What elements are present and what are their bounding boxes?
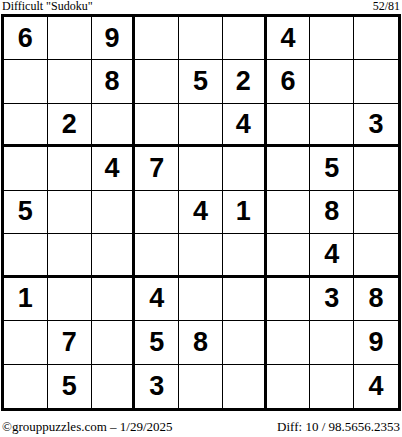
cell-r7c1: 1 — [4, 278, 48, 321]
cell-r3c7[interactable] — [267, 104, 311, 147]
cell-r9c4: 3 — [135, 365, 179, 408]
cell-r7c8: 3 — [310, 278, 354, 321]
cell-r7c3[interactable] — [92, 278, 136, 321]
cell-r6c3[interactable] — [92, 234, 136, 277]
cell-r2c9[interactable] — [354, 60, 398, 103]
puzzle-title: Difficult "Sudoku" — [2, 0, 93, 12]
cell-r4c1[interactable] — [4, 147, 48, 190]
cell-r9c8[interactable] — [310, 365, 354, 408]
cell-r3c2: 2 — [48, 104, 92, 147]
cell-r7c4: 4 — [135, 278, 179, 321]
cell-r8c5: 8 — [179, 321, 223, 364]
cell-r3c5[interactable] — [179, 104, 223, 147]
cell-r5c2[interactable] — [48, 191, 92, 234]
cell-r5c8: 8 — [310, 191, 354, 234]
cell-r5c4[interactable] — [135, 191, 179, 234]
cell-r1c2[interactable] — [48, 17, 92, 60]
cell-r8c4: 5 — [135, 321, 179, 364]
cell-r2c4[interactable] — [135, 60, 179, 103]
cell-r4c4: 7 — [135, 147, 179, 190]
cell-r9c5[interactable] — [179, 365, 223, 408]
cell-r3c8[interactable] — [310, 104, 354, 147]
cell-r6c1[interactable] — [4, 234, 48, 277]
cell-r4c2[interactable] — [48, 147, 92, 190]
cell-r9c2: 5 — [48, 365, 92, 408]
cell-r7c2[interactable] — [48, 278, 92, 321]
cell-r1c9[interactable] — [354, 17, 398, 60]
cell-r9c7[interactable] — [267, 365, 311, 408]
cell-r2c3: 8 — [92, 60, 136, 103]
cell-r3c3[interactable] — [92, 104, 136, 147]
cell-r6c5[interactable] — [179, 234, 223, 277]
empty-cell-counter: 52/81 — [373, 0, 400, 12]
cell-r3c4[interactable] — [135, 104, 179, 147]
cell-r5c1: 5 — [4, 191, 48, 234]
cell-r6c2[interactable] — [48, 234, 92, 277]
cell-r3c1[interactable] — [4, 104, 48, 147]
cell-r9c3[interactable] — [92, 365, 136, 408]
cell-r8c2: 7 — [48, 321, 92, 364]
cell-r2c5: 5 — [179, 60, 223, 103]
cell-r8c7[interactable] — [267, 321, 311, 364]
cell-r5c3[interactable] — [92, 191, 136, 234]
cell-r6c6[interactable] — [223, 234, 267, 277]
puzzle-page: Difficult "Sudoku" 52/81 694852624347554… — [0, 0, 402, 437]
cell-r5c7[interactable] — [267, 191, 311, 234]
cell-r1c5[interactable] — [179, 17, 223, 60]
cell-r1c4[interactable] — [135, 17, 179, 60]
cell-r2c6: 2 — [223, 60, 267, 103]
cell-r1c6[interactable] — [223, 17, 267, 60]
cell-r1c1: 6 — [4, 17, 48, 60]
puzzle-header: Difficult "Sudoku" 52/81 — [0, 0, 402, 14]
cell-r8c6[interactable] — [223, 321, 267, 364]
cell-r8c9: 9 — [354, 321, 398, 364]
cell-r2c2[interactable] — [48, 60, 92, 103]
cell-r4c8: 5 — [310, 147, 354, 190]
puzzle-footer: ©grouppuzzles.com – 1/29/2025 Diff: 10 /… — [0, 411, 402, 437]
cell-r7c6[interactable] — [223, 278, 267, 321]
cell-r9c9: 4 — [354, 365, 398, 408]
cell-r3c6: 4 — [223, 104, 267, 147]
cell-r2c1[interactable] — [4, 60, 48, 103]
cell-r1c8[interactable] — [310, 17, 354, 60]
cell-r2c8[interactable] — [310, 60, 354, 103]
cell-r1c3: 9 — [92, 17, 136, 60]
cell-r7c5[interactable] — [179, 278, 223, 321]
cell-r4c9[interactable] — [354, 147, 398, 190]
cell-r4c6[interactable] — [223, 147, 267, 190]
cell-r6c9[interactable] — [354, 234, 398, 277]
cell-r9c1[interactable] — [4, 365, 48, 408]
sudoku-board: 69485262434755418414387589534 — [1, 14, 401, 411]
cell-r6c8: 4 — [310, 234, 354, 277]
cell-r9c6[interactable] — [223, 365, 267, 408]
cell-r4c7[interactable] — [267, 147, 311, 190]
cell-r7c9: 8 — [354, 278, 398, 321]
cell-r6c4[interactable] — [135, 234, 179, 277]
copyright-text: ©grouppuzzles.com – 1/29/2025 — [2, 419, 173, 434]
cell-r3c9: 3 — [354, 104, 398, 147]
cell-r4c3: 4 — [92, 147, 136, 190]
cell-r2c7: 6 — [267, 60, 311, 103]
cell-r5c5: 4 — [179, 191, 223, 234]
cell-r5c9[interactable] — [354, 191, 398, 234]
cell-r5c6: 1 — [223, 191, 267, 234]
cell-r7c7[interactable] — [267, 278, 311, 321]
cell-r6c7[interactable] — [267, 234, 311, 277]
cell-r8c8[interactable] — [310, 321, 354, 364]
cell-r8c3[interactable] — [92, 321, 136, 364]
difficulty-text: Diff: 10 / 98.5656.2353 — [277, 419, 400, 434]
cell-r4c5[interactable] — [179, 147, 223, 190]
cell-r1c7: 4 — [267, 17, 311, 60]
cell-r8c1[interactable] — [4, 321, 48, 364]
